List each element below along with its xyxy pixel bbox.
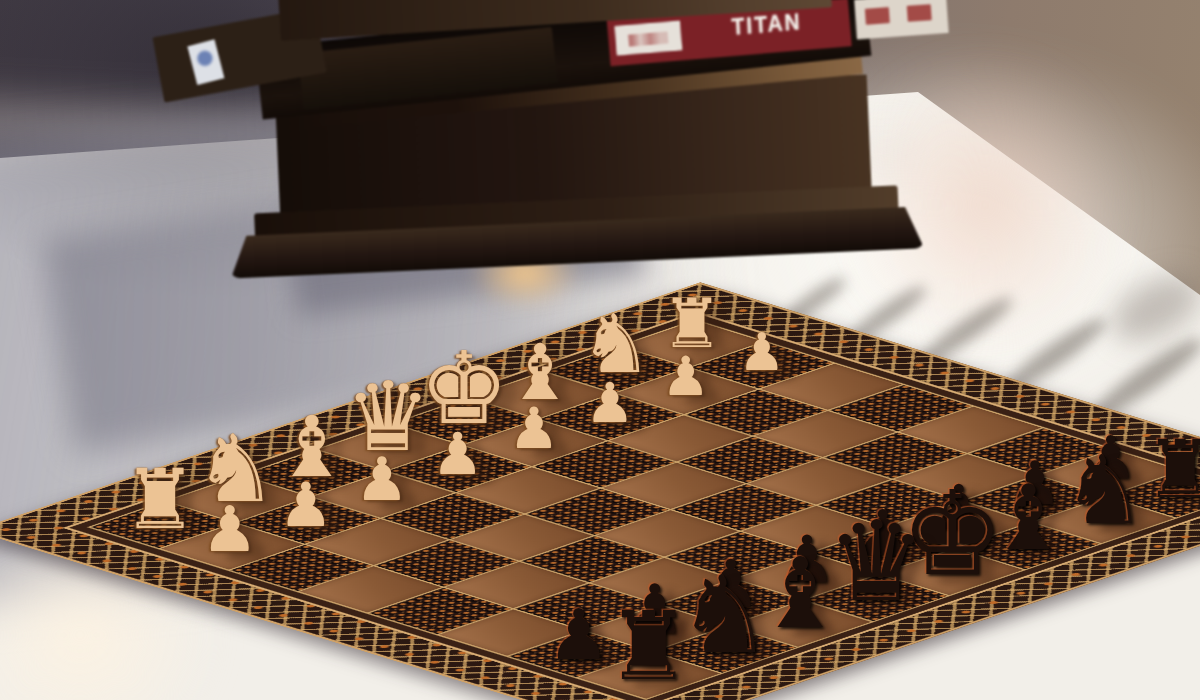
red-mark (865, 7, 890, 25)
small-white-label (614, 20, 682, 55)
photo-scene: TITAN ♜♞♝♛♚♝♞♜♟♟♟♟♟♟♟♟♟♟♟♟♟♟♟♟♜♞♝♛♚♝♞♜ (0, 0, 1200, 700)
red-mark (907, 4, 932, 22)
wooden-box: TITAN (227, 0, 895, 303)
small-card-box (854, 0, 949, 39)
drawer-label (187, 39, 224, 85)
